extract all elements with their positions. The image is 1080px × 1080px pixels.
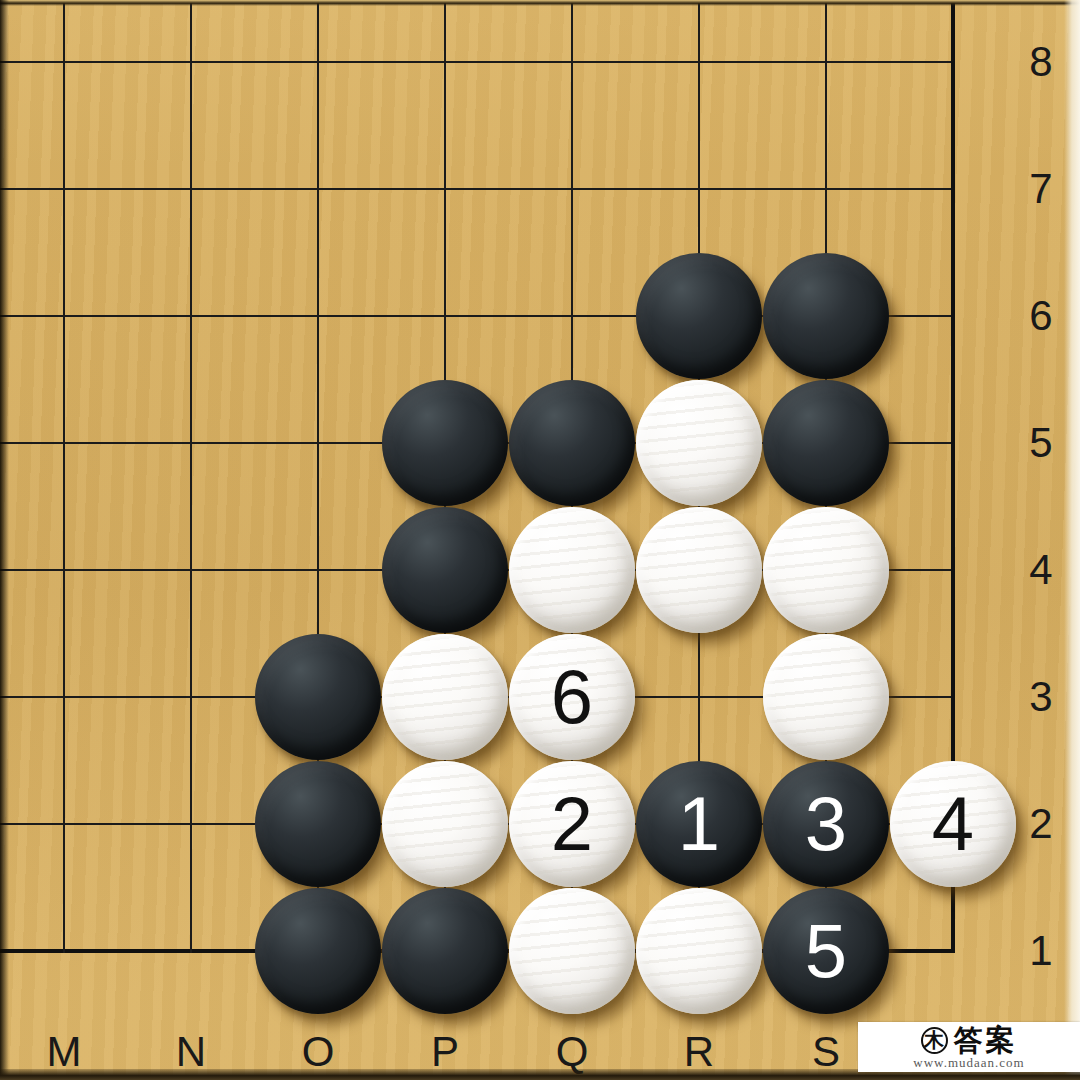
column-label-M: M (47, 1031, 82, 1073)
stone-white-Q4[interactable] (509, 507, 635, 633)
move-number-1: 1 (678, 786, 720, 862)
row-label-7: 7 (1029, 168, 1052, 210)
stone-white-Q1[interactable] (509, 888, 635, 1014)
watermark-brand-row: 木 答案 (921, 1025, 1018, 1055)
grid-line-col-N (190, 0, 192, 953)
move-number-3: 3 (805, 786, 847, 862)
go-board[interactable]: MNOPQRS87654321621345 (0, 0, 1080, 1080)
column-label-R: R (684, 1031, 714, 1073)
stone-black-P4[interactable] (382, 507, 508, 633)
stone-black-S5[interactable] (763, 380, 889, 506)
stone-white-R4[interactable] (636, 507, 762, 633)
stone-black-O2[interactable] (255, 761, 381, 887)
column-label-S: S (812, 1031, 840, 1073)
row-label-8: 8 (1029, 41, 1052, 83)
stone-black-O1[interactable] (255, 888, 381, 1014)
row-label-3: 3 (1029, 676, 1052, 718)
grid-line-row-7 (0, 188, 955, 190)
move-number-2: 2 (551, 786, 593, 862)
watermark-mudaan: 木 答案 www.mudaan.com (858, 1022, 1080, 1072)
stone-black-S1-move-5[interactable]: 5 (763, 888, 889, 1014)
column-label-P: P (431, 1031, 459, 1073)
stone-white-P2[interactable] (382, 761, 508, 887)
watermark-url: www.mudaan.com (913, 1056, 1024, 1069)
watermark-brand-text: 答案 (954, 1026, 1018, 1055)
stone-white-P3[interactable] (382, 634, 508, 760)
stone-black-S6[interactable] (763, 253, 889, 379)
column-label-O: O (302, 1031, 335, 1073)
row-label-6: 6 (1029, 295, 1052, 337)
stone-white-Q3-move-6[interactable]: 6 (509, 634, 635, 760)
row-label-5: 5 (1029, 422, 1052, 464)
stone-black-R2-move-1[interactable]: 1 (636, 761, 762, 887)
stone-black-P1[interactable] (382, 888, 508, 1014)
grid-line-col-M (63, 0, 65, 953)
move-number-6: 6 (551, 659, 593, 735)
stone-white-R1[interactable] (636, 888, 762, 1014)
stone-black-S2-move-3[interactable]: 3 (763, 761, 889, 887)
row-label-2: 2 (1029, 803, 1052, 845)
row-label-4: 4 (1029, 549, 1052, 591)
stone-black-Q5[interactable] (509, 380, 635, 506)
stone-white-S4[interactable] (763, 507, 889, 633)
stone-white-T2-move-4[interactable]: 4 (890, 761, 1016, 887)
stone-black-P5[interactable] (382, 380, 508, 506)
go-problem-screenshot: MNOPQRS87654321621345 木 答案 www.mudaan.co… (0, 0, 1080, 1080)
column-label-N: N (176, 1031, 206, 1073)
stone-black-O3[interactable] (255, 634, 381, 760)
move-number-4: 4 (932, 786, 974, 862)
stone-white-R5[interactable] (636, 380, 762, 506)
stone-black-R6[interactable] (636, 253, 762, 379)
move-number-5: 5 (805, 913, 847, 989)
column-label-Q: Q (556, 1031, 589, 1073)
grid-line-row-8 (0, 61, 955, 63)
mudaan-logo-icon: 木 (921, 1027, 948, 1054)
stone-white-Q2-move-2[interactable]: 2 (509, 761, 635, 887)
stone-white-S3[interactable] (763, 634, 889, 760)
row-label-1: 1 (1029, 930, 1052, 972)
